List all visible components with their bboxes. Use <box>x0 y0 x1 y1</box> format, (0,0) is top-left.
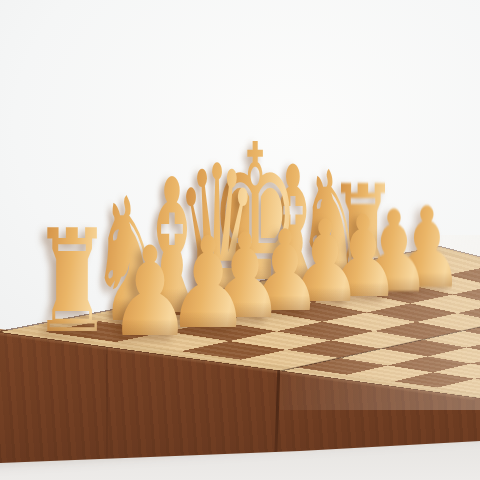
white-pawn-a2: ♟ <box>108 230 191 354</box>
chess-photo-scene: ♜ ♞ ♝ ♛ ♚ ♝ ♞ ♜ ♟ ♟ ♟ ♟ ♟ ♟ ♟ ♟ <box>0 0 480 480</box>
white-rook-a1: ♜ <box>33 211 112 353</box>
